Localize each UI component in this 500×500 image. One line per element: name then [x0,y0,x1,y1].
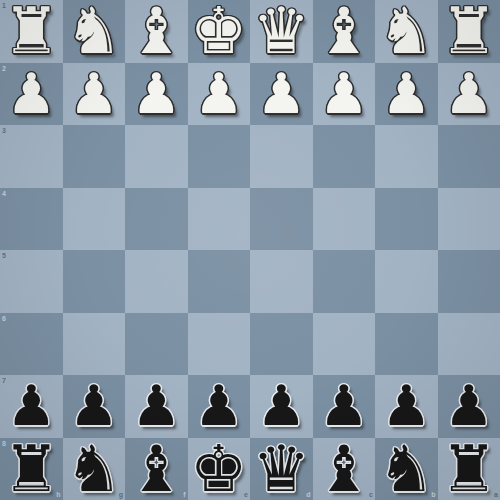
square-c2[interactable]: ♟ [313,63,376,126]
piece-white-pawn[interactable]: ♟ [381,63,431,125]
square-h5[interactable]: 5 [0,250,63,313]
piece-white-rook[interactable]: ♜ [440,0,497,62]
square-f6[interactable] [125,313,188,376]
piece-white-bishop[interactable]: ♝ [128,0,185,62]
square-e5[interactable] [188,250,251,313]
square-c3[interactable] [313,125,376,188]
square-b5[interactable] [375,250,438,313]
square-f4[interactable] [125,188,188,251]
piece-white-bishop[interactable]: ♝ [315,0,372,62]
piece-black-queen[interactable]: ♛ [253,438,310,500]
square-d2[interactable]: ♟ [250,63,313,126]
square-d3[interactable] [250,125,313,188]
piece-black-pawn[interactable]: ♟ [69,375,119,437]
square-h3[interactable]: 3 [0,125,63,188]
square-c4[interactable] [313,188,376,251]
piece-black-rook[interactable]: ♜ [440,438,497,500]
square-f7[interactable]: ♟ [125,375,188,438]
square-h4[interactable]: 4 [0,188,63,251]
piece-white-king[interactable]: ♚ [190,0,247,62]
square-g8[interactable]: g♞ [63,438,126,500]
square-g7[interactable]: ♟ [63,375,126,438]
square-f1[interactable]: ♝ [125,0,188,63]
piece-white-pawn[interactable]: ♟ [69,63,119,125]
piece-white-pawn[interactable]: ♟ [6,63,56,125]
square-e8[interactable]: e♚ [188,438,251,500]
file-label-e: e [244,491,248,498]
square-d1[interactable]: ♛ [250,0,313,63]
piece-black-bishop[interactable]: ♝ [315,438,372,500]
square-e1[interactable]: ♚ [188,0,251,63]
rank-label-3: 3 [2,127,6,134]
rank-label-2: 2 [2,65,6,72]
piece-black-bishop[interactable]: ♝ [128,438,185,500]
piece-black-pawn[interactable]: ♟ [381,375,431,437]
square-b3[interactable] [375,125,438,188]
square-d6[interactable] [250,313,313,376]
square-d4[interactable] [250,188,313,251]
square-e3[interactable] [188,125,251,188]
square-b2[interactable]: ♟ [375,63,438,126]
square-f5[interactable] [125,250,188,313]
square-f8[interactable]: f♝ [125,438,188,500]
file-label-c: c [369,491,373,498]
square-g5[interactable] [63,250,126,313]
square-b4[interactable] [375,188,438,251]
rank-label-8: 8 [2,440,6,447]
rank-label-1: 1 [2,2,6,9]
piece-white-pawn[interactable]: ♟ [319,63,369,125]
square-f3[interactable] [125,125,188,188]
piece-black-pawn[interactable]: ♟ [131,375,181,437]
square-g3[interactable] [63,125,126,188]
square-c7[interactable]: ♟ [313,375,376,438]
file-label-b: b [431,491,435,498]
file-label-a: a [494,491,498,498]
square-a2[interactable]: ♟ [438,63,500,126]
square-b7[interactable]: ♟ [375,375,438,438]
file-label-h: h [56,491,60,498]
file-label-g: g [119,491,123,498]
rank-label-5: 5 [2,252,6,259]
piece-white-queen[interactable]: ♛ [253,0,310,62]
square-h7[interactable]: 7♟ [0,375,63,438]
rank-label-7: 7 [2,377,6,384]
square-g2[interactable]: ♟ [63,63,126,126]
piece-black-knight[interactable]: ♞ [65,438,122,500]
square-b1[interactable]: ♞ [375,0,438,63]
square-a5[interactable] [438,250,500,313]
square-a4[interactable] [438,188,500,251]
file-label-d: d [306,491,310,498]
piece-black-rook[interactable]: ♜ [3,438,60,500]
square-b6[interactable] [375,313,438,376]
rank-label-4: 4 [2,190,6,197]
square-g6[interactable] [63,313,126,376]
square-a8[interactable]: a♜ [438,438,500,500]
square-h1[interactable]: 1♜ [0,0,63,63]
piece-black-pawn[interactable]: ♟ [319,375,369,437]
square-d8[interactable]: d♛ [250,438,313,500]
square-c8[interactable]: c♝ [313,438,376,500]
square-b8[interactable]: b♞ [375,438,438,500]
piece-white-rook[interactable]: ♜ [3,0,60,62]
square-h2[interactable]: 2♟ [0,63,63,126]
square-d7[interactable]: ♟ [250,375,313,438]
square-g4[interactable] [63,188,126,251]
piece-white-pawn[interactable]: ♟ [256,63,306,125]
square-g1[interactable]: ♞ [63,0,126,63]
piece-white-pawn[interactable]: ♟ [194,63,244,125]
square-e4[interactable] [188,188,251,251]
square-a6[interactable] [438,313,500,376]
square-a1[interactable]: ♜ [438,0,500,63]
square-c6[interactable] [313,313,376,376]
piece-white-pawn[interactable]: ♟ [444,63,494,125]
piece-white-knight[interactable]: ♞ [65,0,122,62]
piece-black-pawn[interactable]: ♟ [6,375,56,437]
square-e6[interactable] [188,313,251,376]
chess-board: 1♜♞♝♚♛♝♞♜2♟♟♟♟♟♟♟♟34567♟♟♟♟♟♟♟♟8h♜g♞f♝e♚… [0,0,500,500]
square-c1[interactable]: ♝ [313,0,376,63]
piece-black-king[interactable]: ♚ [190,438,247,500]
square-d5[interactable] [250,250,313,313]
square-h8[interactable]: 8h♜ [0,438,63,500]
piece-black-pawn[interactable]: ♟ [444,375,494,437]
piece-black-pawn[interactable]: ♟ [194,375,244,437]
piece-black-knight[interactable]: ♞ [378,438,435,500]
file-label-f: f [183,491,185,498]
square-e2[interactable]: ♟ [188,63,251,126]
square-c5[interactable] [313,250,376,313]
piece-white-pawn[interactable]: ♟ [131,63,181,125]
piece-black-pawn[interactable]: ♟ [256,375,306,437]
square-a3[interactable] [438,125,500,188]
square-a7[interactable]: ♟ [438,375,500,438]
square-e7[interactable]: ♟ [188,375,251,438]
square-f2[interactable]: ♟ [125,63,188,126]
rank-label-6: 6 [2,315,6,322]
square-h6[interactable]: 6 [0,313,63,376]
piece-white-knight[interactable]: ♞ [378,0,435,62]
